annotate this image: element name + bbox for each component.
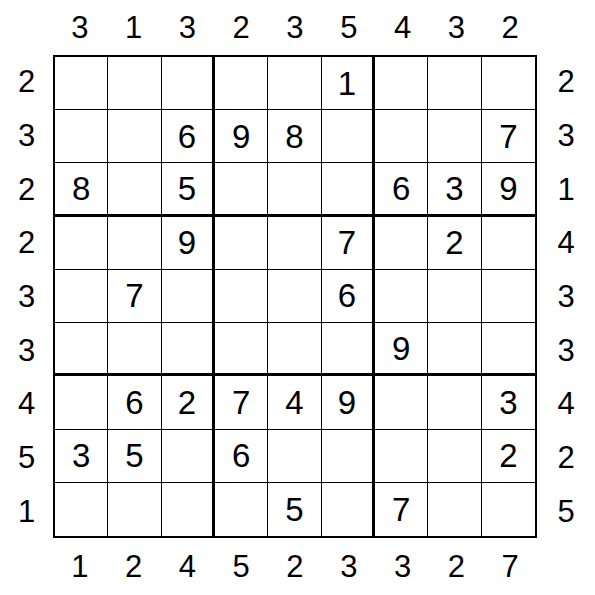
cell-r7c4-given-digit[interactable]: 7 [215,376,268,429]
clue-bottom-6: 3 [322,538,376,595]
cell-r6c4-empty[interactable] [215,323,268,376]
clue-bottom-3: 4 [161,538,215,595]
cell-r9c6-empty[interactable] [322,483,375,536]
cell-r3c9-given-digit[interactable]: 9 [482,163,535,216]
cell-r5c7-empty[interactable] [375,270,428,323]
cell-r3c5-empty[interactable] [268,163,321,216]
clue-right-5: 3 [537,270,595,324]
cell-r8c3-empty[interactable] [162,430,215,483]
cell-r1c6-given-digit[interactable]: 1 [322,57,375,110]
clue-left-5: 3 [0,270,53,324]
cell-r3c4-empty[interactable] [215,163,268,216]
cell-r1c9-empty[interactable] [482,57,535,110]
cell-r8c9-given-digit[interactable]: 2 [482,430,535,483]
cell-r6c1-empty[interactable] [55,323,108,376]
cell-r2c9-given-digit[interactable]: 7 [482,110,535,163]
cell-r1c3-empty[interactable] [162,57,215,110]
clue-left-4: 2 [0,216,53,270]
cell-r7c1-empty[interactable] [55,376,108,429]
clue-bottom-5: 2 [268,538,322,595]
clue-right-6: 3 [537,323,595,377]
cell-r6c6-empty[interactable] [322,323,375,376]
cell-r7c7-empty[interactable] [375,376,428,429]
clue-right-4: 4 [537,216,595,270]
clue-bottom-7: 3 [376,538,430,595]
cell-r5c6-given-digit[interactable]: 6 [322,270,375,323]
clue-top-5: 3 [268,0,322,55]
clues-right: 231433425 [537,55,595,538]
clue-left-2: 3 [0,109,53,163]
cell-r9c7-given-digit[interactable]: 7 [375,483,428,536]
cell-r1c5-empty[interactable] [268,57,321,110]
cell-r9c1-empty[interactable] [55,483,108,536]
cell-r4c1-empty[interactable] [55,217,108,270]
clue-top-7: 4 [376,0,430,55]
clues-bottom: 124523327 [53,538,537,595]
cell-r7c5-given-digit[interactable]: 4 [268,376,321,429]
cell-r2c3-given-digit[interactable]: 6 [162,110,215,163]
cell-r3c7-given-digit[interactable]: 6 [375,163,428,216]
cell-r4c5-empty[interactable] [268,217,321,270]
cell-r2c4-given-digit[interactable]: 9 [215,110,268,163]
cell-r9c4-empty[interactable] [215,483,268,536]
sudoku-board: 1698785639972769627493356257 [53,55,537,538]
cell-r9c3-empty[interactable] [162,483,215,536]
clue-right-1: 2 [537,55,595,109]
clue-bottom-1: 1 [53,538,107,595]
clue-left-8: 5 [0,431,53,485]
clue-right-2: 3 [537,109,595,163]
cell-r4c9-empty[interactable] [482,217,535,270]
clue-top-2: 1 [107,0,161,55]
cell-r2c8-empty[interactable] [428,110,481,163]
clue-top-9: 2 [483,0,537,55]
cell-r5c3-empty[interactable] [162,270,215,323]
cell-r6c5-empty[interactable] [268,323,321,376]
clue-top-1: 3 [53,0,107,55]
cell-r9c8-empty[interactable] [428,483,481,536]
cell-r5c2-given-digit[interactable]: 7 [108,270,161,323]
cell-r4c4-empty[interactable] [215,217,268,270]
clue-left-9: 1 [0,484,53,538]
clue-top-8: 3 [429,0,483,55]
clue-right-7: 4 [537,377,595,431]
cell-r4c8-given-digit[interactable]: 2 [428,217,481,270]
clue-top-6: 5 [322,0,376,55]
cell-r8c4-given-digit[interactable]: 6 [215,430,268,483]
cell-r3c6-empty[interactable] [322,163,375,216]
clue-right-8: 2 [537,431,595,485]
cell-r5c9-empty[interactable] [482,270,535,323]
clue-bottom-4: 5 [214,538,268,595]
cell-r6c8-empty[interactable] [428,323,481,376]
cell-r4c7-empty[interactable] [375,217,428,270]
cell-r8c7-empty[interactable] [375,430,428,483]
cell-r6c2-empty[interactable] [108,323,161,376]
cell-r7c6-given-digit[interactable]: 9 [322,376,375,429]
cell-r5c4-empty[interactable] [215,270,268,323]
cell-r6c7-given-digit[interactable]: 9 [375,323,428,376]
cell-r2c1-empty[interactable] [55,110,108,163]
cell-r4c6-given-digit[interactable]: 7 [322,217,375,270]
cell-r1c2-empty[interactable] [108,57,161,110]
clues-top: 313235432 [53,0,537,55]
cell-r8c2-given-digit[interactable]: 5 [108,430,161,483]
clue-right-9: 5 [537,484,595,538]
cell-r8c6-empty[interactable] [322,430,375,483]
cell-r7c9-given-digit[interactable]: 3 [482,376,535,429]
cell-r2c7-empty[interactable] [375,110,428,163]
cell-r9c2-empty[interactable] [108,483,161,536]
cell-r9c5-given-digit[interactable]: 5 [268,483,321,536]
cell-r2c6-empty[interactable] [322,110,375,163]
cell-r1c1-empty[interactable] [55,57,108,110]
clue-left-1: 2 [0,55,53,109]
clue-bottom-9: 7 [483,538,537,595]
clue-bottom-2: 2 [107,538,161,595]
cell-r7c2-given-digit[interactable]: 6 [108,376,161,429]
cell-r8c1-given-digit[interactable]: 3 [55,430,108,483]
puzzle-page: 313235432 232233451 231433425 124523327 … [0,0,595,595]
cell-r2c5-given-digit[interactable]: 8 [268,110,321,163]
cell-r1c8-empty[interactable] [428,57,481,110]
cell-r3c2-empty[interactable] [108,163,161,216]
clue-left-6: 3 [0,323,53,377]
cell-r2c2-empty[interactable] [108,110,161,163]
cell-r3c8-given-digit[interactable]: 3 [428,163,481,216]
clue-left-7: 4 [0,377,53,431]
cell-r4c3-given-digit[interactable]: 9 [162,217,215,270]
cell-r6c3-empty[interactable] [162,323,215,376]
cell-r6c9-empty[interactable] [482,323,535,376]
cell-r8c5-empty[interactable] [268,430,321,483]
clue-top-3: 3 [161,0,215,55]
clue-bottom-8: 2 [429,538,483,595]
clue-top-4: 2 [214,0,268,55]
clue-left-3: 2 [0,162,53,216]
cell-r1c7-empty[interactable] [375,57,428,110]
cell-r8c8-empty[interactable] [428,430,481,483]
cell-r7c8-empty[interactable] [428,376,481,429]
cell-r3c3-given-digit[interactable]: 5 [162,163,215,216]
cell-r5c8-empty[interactable] [428,270,481,323]
clue-right-3: 1 [537,162,595,216]
cell-r5c5-empty[interactable] [268,270,321,323]
cell-r1c4-empty[interactable] [215,57,268,110]
cell-r9c9-empty[interactable] [482,483,535,536]
cell-r3c1-given-digit[interactable]: 8 [55,163,108,216]
cell-r4c2-empty[interactable] [108,217,161,270]
clues-left: 232233451 [0,55,53,538]
cell-r7c3-given-digit[interactable]: 2 [162,376,215,429]
cell-r5c1-empty[interactable] [55,270,108,323]
